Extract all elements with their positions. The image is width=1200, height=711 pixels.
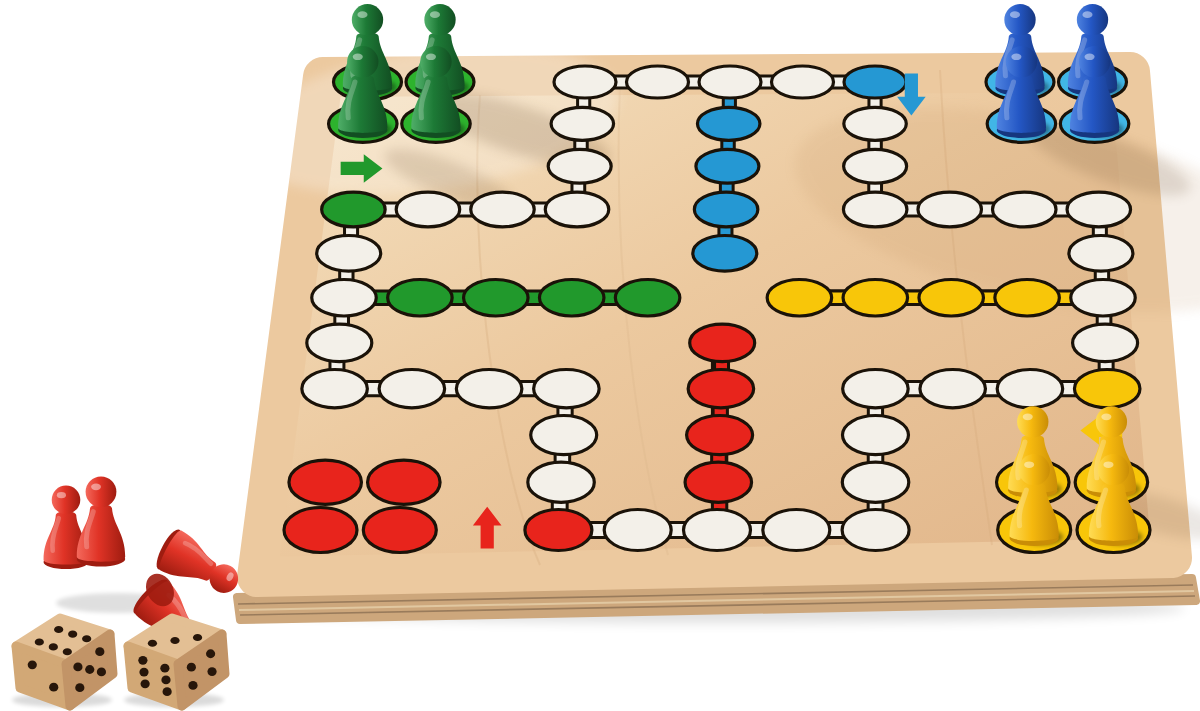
lane-blue-3 xyxy=(694,192,758,227)
track-cell-6 xyxy=(554,66,616,98)
start-cell-red xyxy=(525,510,592,551)
base-red-3 xyxy=(284,508,357,553)
lane-blue-1 xyxy=(697,107,760,140)
track-cell-35 xyxy=(379,370,445,408)
lane-red-4 xyxy=(685,462,752,502)
track-cell-18 xyxy=(1071,280,1136,317)
track-cell-32 xyxy=(531,416,597,455)
track-cell-3 xyxy=(545,192,609,227)
ludo-product-photo xyxy=(0,0,1200,711)
track-cell-27 xyxy=(763,510,830,551)
track-cell-21 xyxy=(997,370,1063,408)
ludo-board-svg xyxy=(0,0,1200,711)
track-cell-24 xyxy=(842,416,908,455)
lane-blue-4 xyxy=(693,235,757,271)
track-cell-26 xyxy=(842,510,909,551)
track-cell-7 xyxy=(627,66,689,98)
start-cell-green xyxy=(322,192,386,227)
start-cell-yellow xyxy=(1074,370,1140,408)
track-cell-31 xyxy=(528,462,595,502)
track-cell-8 xyxy=(699,66,761,98)
lane-green-1 xyxy=(388,280,453,317)
track-cell-13 xyxy=(843,192,907,227)
track-cell-15 xyxy=(993,192,1057,227)
lane-green-3 xyxy=(539,280,604,317)
lane-green-2 xyxy=(464,280,529,317)
track-cell-2 xyxy=(471,192,534,227)
base-red-1 xyxy=(289,460,362,504)
track-cell-29 xyxy=(604,510,671,551)
track-cell-9 xyxy=(772,66,834,98)
track-cell-37 xyxy=(307,324,372,361)
track-cell-25 xyxy=(842,462,909,502)
track-cell-22 xyxy=(920,370,986,408)
lane-yellow-2 xyxy=(843,280,908,317)
die-1 xyxy=(16,618,113,706)
track-cell-16 xyxy=(1067,192,1131,227)
pawn-red-2-standing xyxy=(77,476,125,566)
track-cell-38 xyxy=(312,280,377,317)
lane-red-1 xyxy=(690,324,755,361)
start-cell-blue xyxy=(844,66,906,98)
track-cell-17 xyxy=(1069,235,1133,271)
lane-yellow-3 xyxy=(919,280,984,317)
track-cell-11 xyxy=(844,107,907,140)
track-cell-23 xyxy=(843,370,909,408)
lane-yellow-4 xyxy=(995,280,1060,317)
track-cell-19 xyxy=(1073,324,1138,361)
track-cell-36 xyxy=(302,370,368,408)
base-red-4 xyxy=(363,508,436,553)
lane-red-3 xyxy=(687,416,753,455)
track-cell-1 xyxy=(396,192,460,227)
track-cell-28 xyxy=(684,510,751,551)
lane-green-4 xyxy=(615,280,680,317)
base-red-2 xyxy=(368,460,441,504)
lane-blue-2 xyxy=(696,149,759,183)
die-2 xyxy=(128,618,225,706)
lane-red-2 xyxy=(688,370,754,408)
track-cell-5 xyxy=(551,107,614,140)
track-cell-33 xyxy=(534,370,600,408)
track-cell-14 xyxy=(918,192,982,227)
track-cell-12 xyxy=(844,149,907,183)
track-cell-34 xyxy=(456,370,522,408)
lane-yellow-1 xyxy=(767,280,832,317)
track-cell-39 xyxy=(317,235,381,271)
track-cell-4 xyxy=(548,149,611,183)
